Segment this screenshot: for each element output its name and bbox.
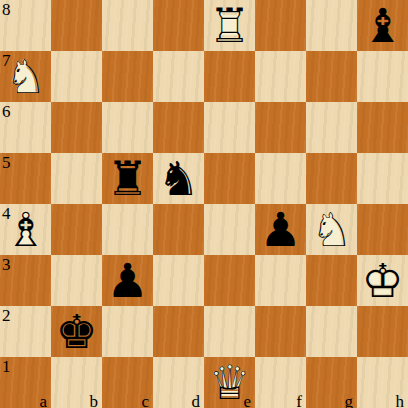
- square-b8[interactable]: [51, 0, 102, 51]
- square-f4[interactable]: ♟: [255, 204, 306, 255]
- square-e3[interactable]: [204, 255, 255, 306]
- rank-label-8: 8: [2, 1, 11, 18]
- square-g4[interactable]: ♞♘: [306, 204, 357, 255]
- bishop-glyph: ♝: [357, 0, 408, 51]
- square-d1[interactable]: d: [153, 357, 204, 408]
- piece-white-knight[interactable]: ♞♘: [306, 204, 357, 255]
- king-glyph-outline: ♔: [357, 255, 408, 306]
- piece-black-knight[interactable]: ♞: [153, 153, 204, 204]
- file-label-h: h: [396, 393, 405, 408]
- square-g6[interactable]: [306, 102, 357, 153]
- pawn-glyph: ♟: [102, 255, 153, 306]
- knight-glyph: ♞: [153, 153, 204, 204]
- square-e2[interactable]: [204, 306, 255, 357]
- rook-glyph-outline: ♖: [204, 0, 255, 51]
- piece-white-bishop[interactable]: ♝♗: [0, 204, 51, 255]
- square-e7[interactable]: [204, 51, 255, 102]
- square-d8[interactable]: [153, 0, 204, 51]
- square-f1[interactable]: f: [255, 357, 306, 408]
- file-label-c: c: [141, 393, 149, 408]
- square-b3[interactable]: [51, 255, 102, 306]
- square-e4[interactable]: [204, 204, 255, 255]
- king-glyph: ♚: [51, 306, 102, 357]
- square-e8[interactable]: ♜♖: [204, 0, 255, 51]
- square-g1[interactable]: g: [306, 357, 357, 408]
- square-a7[interactable]: 7♞♘: [0, 51, 51, 102]
- square-h5[interactable]: [357, 153, 408, 204]
- chess-board: 8♜♖♝7♞♘65♜♞4♝♗♟♞♘3♟♚♔2♚1abcde♛♕fgh: [0, 0, 408, 408]
- piece-white-queen[interactable]: ♛♕: [204, 357, 255, 408]
- rank-label-5: 5: [2, 154, 11, 171]
- square-d4[interactable]: [153, 204, 204, 255]
- square-g2[interactable]: [306, 306, 357, 357]
- file-label-f: f: [296, 393, 302, 408]
- square-d6[interactable]: [153, 102, 204, 153]
- square-c2[interactable]: [102, 306, 153, 357]
- square-e1[interactable]: e♛♕: [204, 357, 255, 408]
- file-label-b: b: [90, 393, 99, 408]
- square-f6[interactable]: [255, 102, 306, 153]
- square-b7[interactable]: [51, 51, 102, 102]
- square-f8[interactable]: [255, 0, 306, 51]
- piece-black-bishop[interactable]: ♝: [357, 0, 408, 51]
- knight-glyph-outline: ♘: [0, 51, 51, 102]
- file-label-a: a: [39, 393, 47, 408]
- square-h8[interactable]: ♝: [357, 0, 408, 51]
- square-h6[interactable]: [357, 102, 408, 153]
- square-e6[interactable]: [204, 102, 255, 153]
- square-a5[interactable]: 5: [0, 153, 51, 204]
- file-label-d: d: [192, 393, 201, 408]
- square-h2[interactable]: [357, 306, 408, 357]
- rank-label-2: 2: [2, 307, 11, 324]
- knight-glyph-outline: ♘: [306, 204, 357, 255]
- square-b4[interactable]: [51, 204, 102, 255]
- square-f7[interactable]: [255, 51, 306, 102]
- square-c7[interactable]: [102, 51, 153, 102]
- square-c8[interactable]: [102, 0, 153, 51]
- square-d2[interactable]: [153, 306, 204, 357]
- square-c3[interactable]: ♟: [102, 255, 153, 306]
- bishop-glyph-outline: ♗: [0, 204, 51, 255]
- square-e5[interactable]: [204, 153, 255, 204]
- rank-label-1: 1: [2, 358, 11, 375]
- rank-label-3: 3: [2, 256, 11, 273]
- square-g5[interactable]: [306, 153, 357, 204]
- square-c1[interactable]: c: [102, 357, 153, 408]
- square-b5[interactable]: [51, 153, 102, 204]
- square-a1[interactable]: 1a: [0, 357, 51, 408]
- piece-black-rook[interactable]: ♜: [102, 153, 153, 204]
- square-g8[interactable]: [306, 0, 357, 51]
- piece-black-pawn[interactable]: ♟: [255, 204, 306, 255]
- queen-glyph-outline: ♕: [204, 357, 255, 408]
- square-c6[interactable]: [102, 102, 153, 153]
- piece-black-king[interactable]: ♚: [51, 306, 102, 357]
- file-label-g: g: [345, 393, 354, 408]
- square-c4[interactable]: [102, 204, 153, 255]
- rook-glyph: ♜: [102, 153, 153, 204]
- square-h1[interactable]: h: [357, 357, 408, 408]
- square-b6[interactable]: [51, 102, 102, 153]
- square-a2[interactable]: 2: [0, 306, 51, 357]
- square-a8[interactable]: 8: [0, 0, 51, 51]
- square-h3[interactable]: ♚♔: [357, 255, 408, 306]
- square-d5[interactable]: ♞: [153, 153, 204, 204]
- piece-black-pawn[interactable]: ♟: [102, 255, 153, 306]
- piece-white-knight[interactable]: ♞♘: [0, 51, 51, 102]
- square-h4[interactable]: [357, 204, 408, 255]
- square-c5[interactable]: ♜: [102, 153, 153, 204]
- piece-white-king[interactable]: ♚♔: [357, 255, 408, 306]
- square-h7[interactable]: [357, 51, 408, 102]
- square-b1[interactable]: b: [51, 357, 102, 408]
- square-d7[interactable]: [153, 51, 204, 102]
- square-d3[interactable]: [153, 255, 204, 306]
- square-a3[interactable]: 3: [0, 255, 51, 306]
- piece-white-rook[interactable]: ♜♖: [204, 0, 255, 51]
- square-f3[interactable]: [255, 255, 306, 306]
- square-f2[interactable]: [255, 306, 306, 357]
- square-f5[interactable]: [255, 153, 306, 204]
- square-a6[interactable]: 6: [0, 102, 51, 153]
- square-g3[interactable]: [306, 255, 357, 306]
- square-g7[interactable]: [306, 51, 357, 102]
- rank-label-6: 6: [2, 103, 11, 120]
- pawn-glyph: ♟: [255, 204, 306, 255]
- square-b2[interactable]: ♚: [51, 306, 102, 357]
- square-a4[interactable]: 4♝♗: [0, 204, 51, 255]
